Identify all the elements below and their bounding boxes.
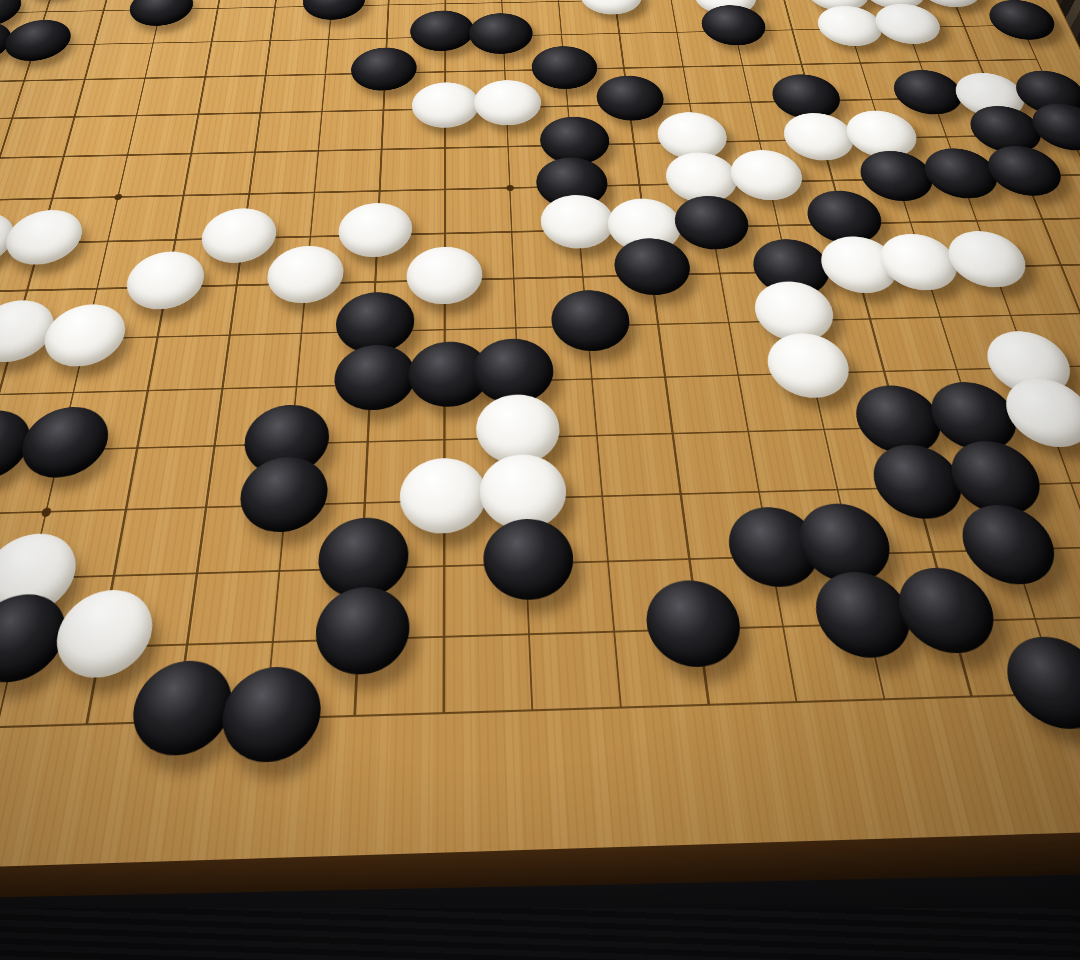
perspective-wrapper	[0, 0, 1080, 960]
go-board[interactable]	[0, 0, 1080, 923]
go-board-photo-scene	[0, 0, 1080, 960]
star-point	[506, 185, 514, 191]
table-surface	[0, 908, 1080, 960]
